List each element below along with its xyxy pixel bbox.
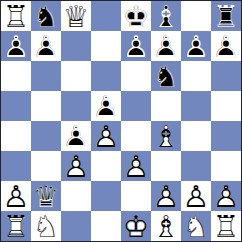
square-e5[interactable] [121, 91, 151, 121]
square-e8[interactable]: ♚♔ [121, 1, 151, 31]
square-d6[interactable] [91, 61, 121, 91]
black-pawn-piece: ♟♙ [121, 31, 151, 61]
square-f7[interactable]: ♟♙ [151, 31, 181, 61]
white-queen-piece: ♛♕ [61, 1, 91, 31]
square-e2[interactable] [121, 181, 151, 211]
square-a6[interactable] [1, 61, 31, 91]
square-h6[interactable] [211, 61, 241, 91]
square-c5[interactable] [61, 91, 91, 121]
square-e1[interactable]: ♚♔ [121, 211, 151, 241]
square-e6[interactable] [121, 61, 151, 91]
square-f8[interactable]: ♝♗ [151, 1, 181, 31]
square-g6[interactable] [181, 61, 211, 91]
square-c7[interactable] [61, 31, 91, 61]
black-pawn-piece: ♟♙ [91, 91, 121, 121]
square-d8[interactable] [91, 1, 121, 31]
square-d7[interactable] [91, 31, 121, 61]
square-d2[interactable] [91, 181, 121, 211]
white-pawn-piece: ♟♙ [151, 181, 181, 211]
white-rook-piece: ♜♖ [211, 211, 241, 241]
square-a1[interactable]: ♜♖ [1, 211, 31, 241]
square-g8[interactable] [181, 1, 211, 31]
white-rook-piece: ♜♖ [1, 1, 31, 31]
white-pawn-piece: ♟♙ [121, 151, 151, 181]
square-b6[interactable] [31, 61, 61, 91]
black-king-piece: ♚♔ [121, 1, 151, 31]
black-bishop-piece: ♝♗ [151, 1, 181, 31]
square-a7[interactable]: ♟♙ [1, 31, 31, 61]
square-a8[interactable]: ♜♖ [1, 1, 31, 31]
chess-board-container: ♜♖♞♘♛♕♚♔♝♗♜♖♟♙♟♙♟♙♟♙♟♙♟♙♞♘♟♙♟♙♟♙♝♗♟♙♟♙♟♙… [0, 0, 242, 242]
black-pawn-piece: ♟♙ [31, 31, 61, 61]
square-f3[interactable] [151, 151, 181, 181]
square-b1[interactable]: ♞♘ [31, 211, 61, 241]
square-c6[interactable] [61, 61, 91, 91]
black-pawn-piece: ♟♙ [151, 31, 181, 61]
square-f4[interactable]: ♝♗ [151, 121, 181, 151]
square-h2[interactable]: ♟♙ [211, 181, 241, 211]
square-f2[interactable]: ♟♙ [151, 181, 181, 211]
white-pawn-piece: ♟♙ [91, 121, 121, 151]
square-d3[interactable] [91, 151, 121, 181]
square-c1[interactable] [61, 211, 91, 241]
square-c2[interactable] [61, 181, 91, 211]
black-knight-piece: ♞♘ [31, 1, 61, 31]
square-h5[interactable] [211, 91, 241, 121]
square-e3[interactable]: ♟♙ [121, 151, 151, 181]
black-rook-piece: ♜♖ [211, 1, 241, 31]
square-b5[interactable] [31, 91, 61, 121]
square-f5[interactable] [151, 91, 181, 121]
square-h3[interactable] [211, 151, 241, 181]
black-pawn-piece: ♟♙ [181, 31, 211, 61]
white-pawn-piece: ♟♙ [211, 181, 241, 211]
square-g3[interactable] [181, 151, 211, 181]
black-queen-piece: ♛♕ [31, 181, 61, 211]
white-rook-piece: ♜♖ [1, 211, 31, 241]
square-a3[interactable] [1, 151, 31, 181]
square-b4[interactable] [31, 121, 61, 151]
square-h7[interactable]: ♟♙ [211, 31, 241, 61]
square-a4[interactable] [1, 121, 31, 151]
white-knight-piece: ♞♘ [181, 211, 211, 241]
square-c3[interactable]: ♟♙ [61, 151, 91, 181]
square-h4[interactable] [211, 121, 241, 151]
square-g2[interactable]: ♟♙ [181, 181, 211, 211]
white-bishop-piece: ♝♗ [151, 211, 181, 241]
square-a2[interactable]: ♟♙ [1, 181, 31, 211]
square-d4[interactable]: ♟♙ [91, 121, 121, 151]
black-knight-piece: ♞♘ [151, 61, 181, 91]
square-a5[interactable] [1, 91, 31, 121]
black-pawn-piece: ♟♙ [211, 31, 241, 61]
square-d1[interactable] [91, 211, 121, 241]
square-g7[interactable]: ♟♙ [181, 31, 211, 61]
square-b2[interactable]: ♛♕ [31, 181, 61, 211]
square-f6[interactable]: ♞♘ [151, 61, 181, 91]
square-e4[interactable] [121, 121, 151, 151]
square-e7[interactable]: ♟♙ [121, 31, 151, 61]
square-c8[interactable]: ♛♕ [61, 1, 91, 31]
chess-board: ♜♖♞♘♛♕♚♔♝♗♜♖♟♙♟♙♟♙♟♙♟♙♟♙♞♘♟♙♟♙♟♙♝♗♟♙♟♙♟♙… [0, 0, 242, 242]
square-c4[interactable]: ♟♙ [61, 121, 91, 151]
square-g1[interactable]: ♞♘ [181, 211, 211, 241]
square-g5[interactable] [181, 91, 211, 121]
white-pawn-piece: ♟♙ [61, 151, 91, 181]
square-b3[interactable] [31, 151, 61, 181]
square-f1[interactable]: ♝♗ [151, 211, 181, 241]
square-h1[interactable]: ♜♖ [211, 211, 241, 241]
square-d5[interactable]: ♟♙ [91, 91, 121, 121]
square-b8[interactable]: ♞♘ [31, 1, 61, 31]
white-pawn-piece: ♟♙ [1, 181, 31, 211]
white-pawn-piece: ♟♙ [181, 181, 211, 211]
black-pawn-piece: ♟♙ [61, 121, 91, 151]
white-king-piece: ♚♔ [121, 211, 151, 241]
black-pawn-piece: ♟♙ [1, 31, 31, 61]
square-g4[interactable] [181, 121, 211, 151]
square-b7[interactable]: ♟♙ [31, 31, 61, 61]
square-h8[interactable]: ♜♖ [211, 1, 241, 31]
white-bishop-piece: ♝♗ [151, 121, 181, 151]
white-knight-piece: ♞♘ [31, 211, 61, 241]
